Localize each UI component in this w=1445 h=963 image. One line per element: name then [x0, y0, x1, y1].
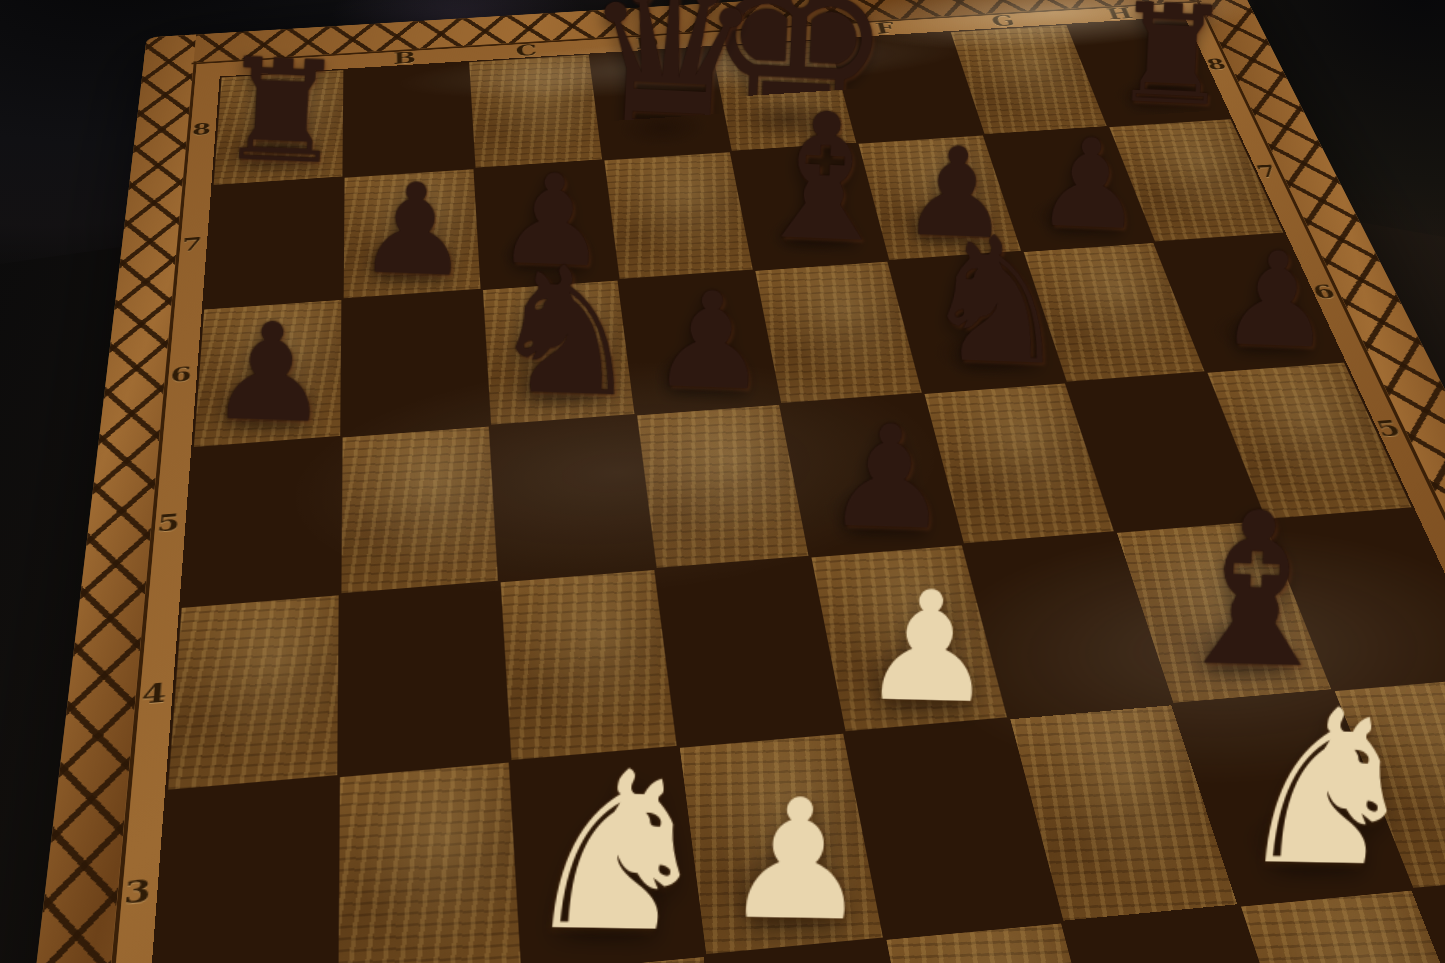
photo-stage: ABCDEFGH8765432187654321 ♜♛♚♜♟♟♝♟♟♟♞♟♞♟♟…: [0, 0, 1445, 963]
rank-label-left-4: 4: [136, 676, 172, 710]
knight-glyph: ♞: [1229, 685, 1425, 892]
piece-white-knight-c3[interactable]: ♞: [514, 746, 720, 958]
square-d4[interactable]: [657, 558, 843, 746]
piece-black-pawn-h6[interactable]: ♟: [1217, 237, 1336, 365]
square-b7[interactable]: ♟: [344, 169, 480, 297]
rank-label-left-8: 8: [188, 119, 216, 139]
square-g2[interactable]: ♟: [1240, 890, 1445, 963]
piece-black-queen-d8[interactable]: ♛: [575, 0, 766, 157]
rook-glyph: ♜: [1108, 0, 1234, 122]
piece-black-rook-h8[interactable]: ♜: [1108, 0, 1234, 122]
piece-black-rook-a8[interactable]: ♜: [215, 42, 349, 181]
square-e5[interactable]: ♟: [782, 394, 962, 556]
square-b5[interactable]: [342, 426, 497, 593]
pawn-glyph: ♟: [720, 781, 875, 941]
square-b6[interactable]: [343, 290, 488, 436]
pawn-glyph: ♟: [206, 308, 334, 440]
piece-white-knight-g3[interactable]: ♞: [1229, 685, 1425, 892]
squares-grid: ♜♛♚♜♟♟♝♟♟♟♞♟♞♟♟♟♝♞♟♞♟♟♟♟♟♜♝♛♚♝♜: [105, 16, 1445, 963]
square-b3[interactable]: [339, 763, 521, 963]
piece-black-pawn-d6[interactable]: ♟: [648, 277, 772, 407]
chess-board: ABCDEFGH8765432187654321 ♜♛♚♜♟♟♝♟♟♟♞♟♞♟♟…: [0, 0, 1445, 963]
bishop-glyph: ♝: [743, 93, 906, 265]
piece-black-pawn-b7[interactable]: ♟: [355, 168, 474, 292]
square-a4[interactable]: [168, 595, 339, 790]
piece-black-pawn-e5[interactable]: ♟: [823, 409, 955, 547]
pawn-glyph: ♟: [648, 277, 772, 407]
square-e4[interactable]: ♟: [811, 545, 1007, 731]
square-c3[interactable]: ♞: [511, 748, 703, 963]
pawn-glyph: ♟: [858, 574, 999, 722]
knight-glyph: ♞: [514, 746, 720, 958]
square-f6[interactable]: ♞: [890, 252, 1064, 392]
square-a3[interactable]: [152, 778, 338, 963]
square-g3[interactable]: ♞: [1174, 692, 1410, 904]
piece-white-pawn-e4[interactable]: ♟: [858, 574, 999, 722]
pawn-glyph: ♟: [1331, 954, 1445, 963]
piece-white-pawn-g2[interactable]: ♟: [1331, 954, 1445, 963]
square-a6[interactable]: ♟: [194, 300, 342, 447]
knight-glyph: ♞: [917, 216, 1077, 386]
square-a5[interactable]: [182, 437, 341, 605]
pawn-glyph: ♟: [823, 409, 955, 547]
piece-black-bishop-e7[interactable]: ♝: [743, 93, 906, 265]
piece-black-knight-f6[interactable]: ♞: [917, 216, 1077, 386]
rank-label-left-7: 7: [177, 233, 206, 256]
board-3d-scene: ABCDEFGH8765432187654321 ♜♛♚♜♟♟♝♟♟♟♞♟♞♟♟…: [0, 0, 1445, 963]
square-d8[interactable]: ♛: [591, 47, 730, 159]
square-c5[interactable]: [491, 415, 654, 580]
square-b4[interactable]: [340, 583, 507, 776]
piece-white-pawn-d3[interactable]: ♟: [720, 781, 875, 941]
pawn-glyph: ♟: [355, 168, 474, 292]
knight-glyph: ♞: [483, 246, 648, 418]
square-e7[interactable]: ♝: [732, 144, 887, 269]
queen-glyph: ♛: [575, 0, 766, 157]
pawn-glyph: ♟: [1217, 237, 1336, 365]
square-a7[interactable]: [204, 178, 342, 308]
square-d5[interactable]: [637, 405, 809, 568]
square-a8[interactable]: ♜: [214, 70, 344, 185]
piece-black-pawn-a6[interactable]: ♟: [206, 308, 334, 440]
square-c6[interactable]: ♞: [482, 280, 634, 424]
rank-label-left-5: 5: [152, 508, 186, 538]
piece-black-knight-c6[interactable]: ♞: [483, 246, 648, 418]
rook-glyph: ♜: [215, 42, 349, 181]
rank-label-left-6: 6: [165, 362, 196, 388]
